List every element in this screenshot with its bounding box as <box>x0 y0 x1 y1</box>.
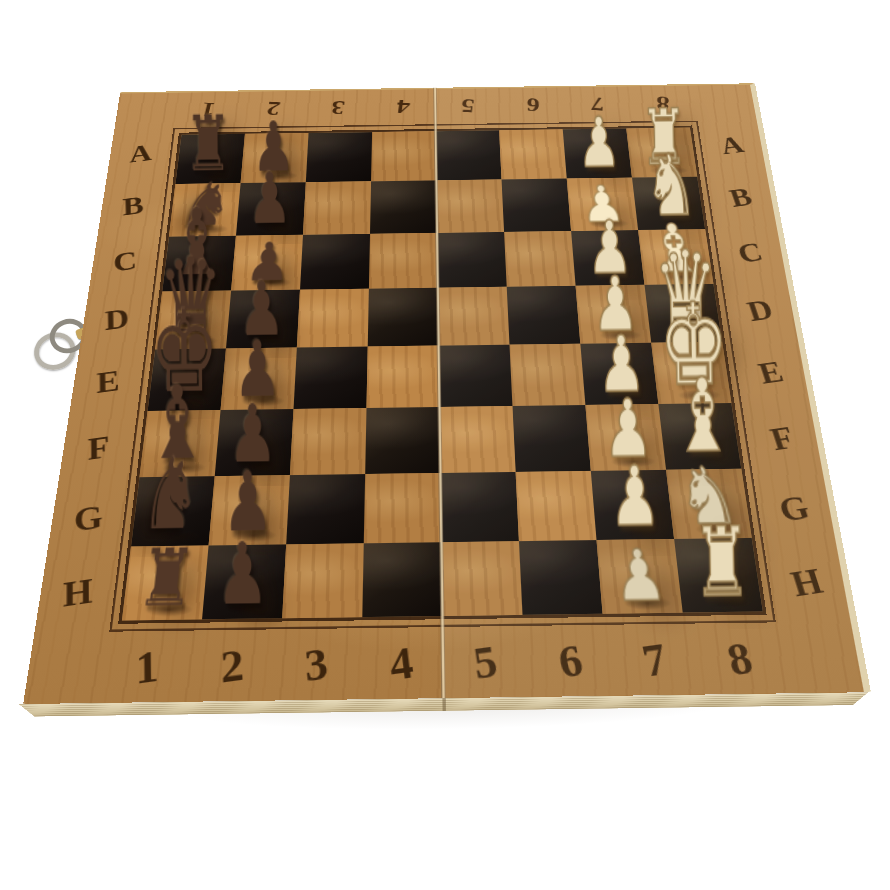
square-C4[interactable] <box>369 233 438 289</box>
rank-label-bottom: 1 <box>104 634 190 699</box>
light-rook-H8[interactable]: ♜ <box>691 514 752 610</box>
file-label-left: H <box>62 553 92 634</box>
rank-label-top: 3 <box>304 94 372 121</box>
rank-label-top: 4 <box>369 93 437 120</box>
square-A6[interactable] <box>499 129 567 179</box>
file-label-left: F <box>87 413 110 483</box>
camera-tilt-wrapper: 12345678 ABCDEFGH ♜♟♟♜♞♟♟♞♝♟♟♝♛♟♟♛♚♟♟♚♝♟… <box>0 0 890 890</box>
rank-label-bottom: 5 <box>440 629 532 694</box>
square-A3[interactable] <box>306 132 372 182</box>
chess-board: 12345678 ABCDEFGH ♜♟♟♜♞♟♟♞♝♟♟♝♛♟♟♛♚♟♟♚♝♟… <box>23 83 871 704</box>
light-pawn-H7[interactable]: ♟ <box>610 540 669 612</box>
square-C3[interactable] <box>300 233 370 289</box>
rank-label-bottom: 4 <box>356 631 446 696</box>
light-bishop-F8[interactable]: ♝ <box>670 365 735 467</box>
square-F6[interactable] <box>512 405 590 471</box>
square-E3[interactable] <box>294 347 368 410</box>
square-F4[interactable] <box>365 407 440 473</box>
file-label-left: G <box>74 481 103 557</box>
square-A5[interactable] <box>436 130 502 180</box>
rank-label-top: 6 <box>499 92 566 119</box>
square-A4[interactable] <box>371 131 436 181</box>
light-pawn-A7[interactable]: ♟ <box>577 108 621 177</box>
file-label-right: A <box>712 119 751 172</box>
square-E4[interactable] <box>366 346 439 409</box>
front-edge-seam <box>442 698 446 711</box>
file-label-left: C <box>113 232 138 291</box>
square-B6[interactable] <box>502 179 572 232</box>
light-knight-B8[interactable]: ♞ <box>643 143 697 228</box>
square-C5[interactable] <box>437 232 507 288</box>
square-H3[interactable] <box>282 543 364 618</box>
file-label-left: E <box>96 349 120 415</box>
square-G6[interactable] <box>516 470 597 540</box>
square-G5[interactable] <box>440 471 519 542</box>
pinstripe-frame-outer: ♜♟♟♜♞♟♟♞♝♟♟♝♛♟♟♛♚♟♟♚♝♟♟♝♞♟♟♞♜♟♟♜ <box>109 121 776 632</box>
file-label-right: B <box>721 170 760 226</box>
square-H2[interactable]: ♟ <box>202 544 286 619</box>
file-label-left: A <box>128 127 152 180</box>
file-label-right: H <box>781 543 834 624</box>
file-label-left: D <box>104 289 130 352</box>
dark-rook-H1[interactable]: ♜ <box>133 538 199 618</box>
rank-label-bottom: 7 <box>607 627 702 692</box>
square-A7[interactable]: ♟ <box>563 128 632 178</box>
square-D6[interactable] <box>507 286 581 345</box>
square-H1[interactable]: ♜ <box>122 545 209 620</box>
square-E5[interactable] <box>439 345 513 408</box>
square-G7[interactable]: ♟ <box>591 469 674 539</box>
perspective-scene: 12345678 ABCDEFGH ♜♟♟♜♞♟♟♞♝♟♟♝♛♟♟♛♚♟♟♚♝♟… <box>74 0 804 697</box>
dark-pawn-H2[interactable]: ♟ <box>215 531 268 617</box>
rank-label-bottom: 8 <box>691 626 787 691</box>
square-B4[interactable] <box>370 181 437 234</box>
square-F3[interactable] <box>290 408 367 474</box>
square-G1[interactable]: ♞ <box>131 476 215 547</box>
square-B3[interactable] <box>303 181 371 234</box>
square-D5[interactable] <box>438 287 510 346</box>
file-label-right: F <box>761 404 804 474</box>
rank-label-bottom: 6 <box>524 628 617 693</box>
square-C6[interactable] <box>504 231 576 287</box>
square-D3[interactable] <box>297 288 369 347</box>
dark-pawn-B2[interactable]: ♟ <box>247 162 292 233</box>
square-E6[interactable] <box>509 344 585 407</box>
file-label-right: E <box>749 340 792 406</box>
dark-knight-G1[interactable]: ♞ <box>139 445 200 544</box>
rank-label-bottom: 2 <box>188 633 275 698</box>
square-H8[interactable]: ♜ <box>674 538 763 613</box>
dark-rook-A1[interactable]: ♜ <box>184 105 232 182</box>
square-B5[interactable] <box>436 180 504 233</box>
file-label-right: D <box>738 280 781 343</box>
photo-background: 12345678 ABCDEFGH ♜♟♟♜♞♟♟♞♝♟♟♝♛♟♟♛♚♟♟♚♝♟… <box>0 0 890 890</box>
rank-label-top: 5 <box>434 93 501 120</box>
file-label-right: C <box>729 223 771 282</box>
file-label-left: B <box>122 178 145 234</box>
square-H5[interactable] <box>441 541 522 616</box>
rank-label-bottom: 3 <box>272 632 361 697</box>
square-B2[interactable]: ♟ <box>236 182 306 235</box>
square-G4[interactable] <box>364 473 442 544</box>
light-pawn-G7[interactable]: ♟ <box>608 454 660 537</box>
square-F5[interactable] <box>439 406 515 472</box>
square-F8[interactable]: ♝ <box>658 403 741 469</box>
square-G3[interactable] <box>286 474 365 545</box>
square-H7[interactable]: ♟ <box>597 539 683 614</box>
square-D4[interactable] <box>368 287 439 346</box>
file-label-right: G <box>769 471 820 546</box>
square-H6[interactable] <box>519 540 603 615</box>
square-H4[interactable] <box>362 542 442 617</box>
